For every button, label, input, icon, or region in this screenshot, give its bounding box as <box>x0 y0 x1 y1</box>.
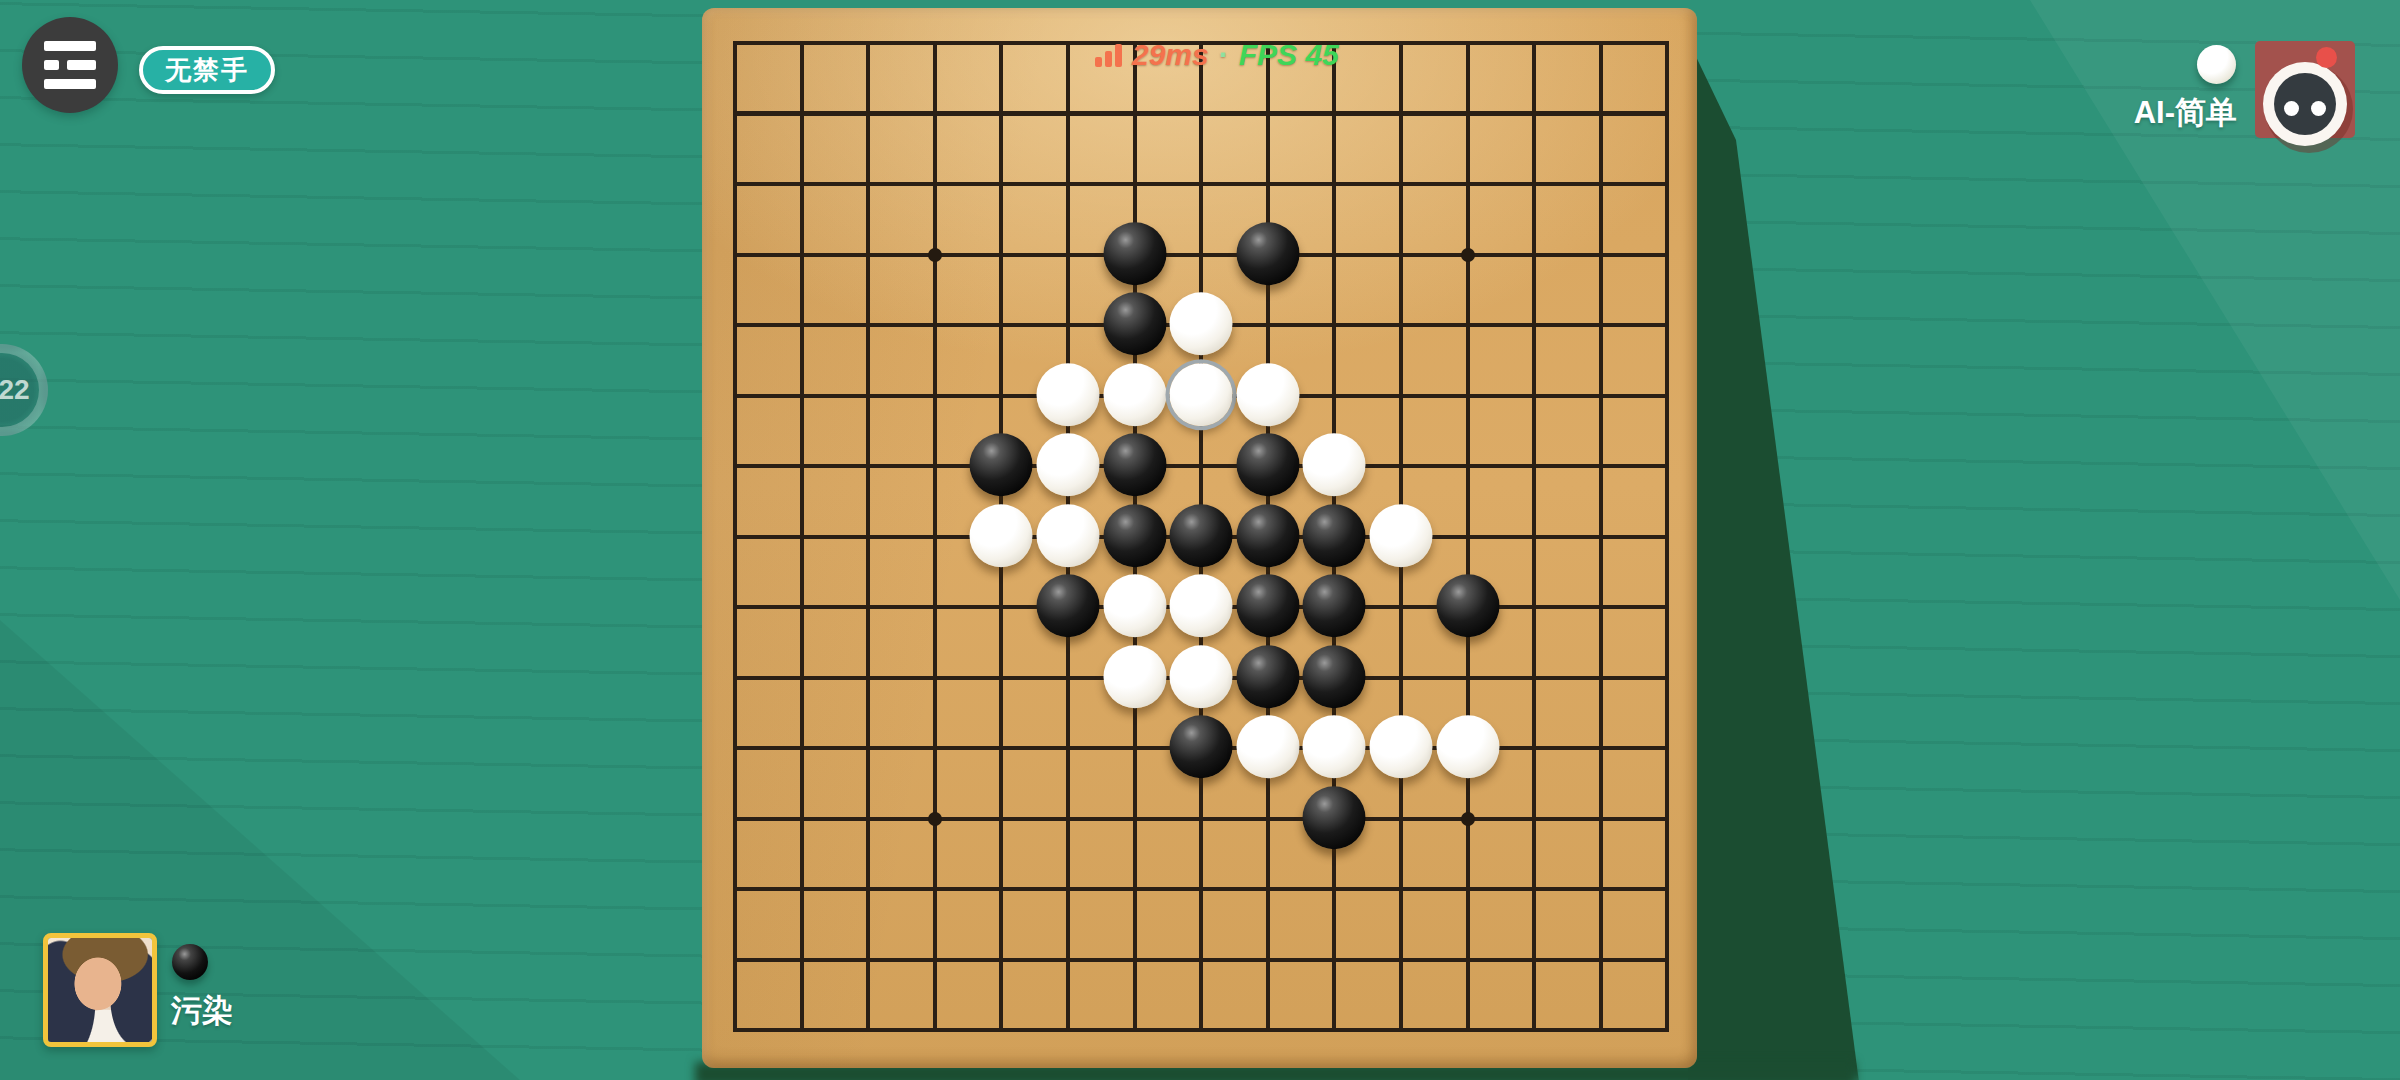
stone-black <box>1103 292 1166 355</box>
stone-black <box>970 433 1033 496</box>
stone-black <box>1103 504 1166 567</box>
stone-white <box>1436 715 1499 778</box>
player-name: 污染 <box>171 990 233 1032</box>
stone-black <box>1236 433 1299 496</box>
robot-antenna-ball-icon <box>2316 47 2337 68</box>
stone-black <box>1303 574 1366 637</box>
stone-black <box>1303 645 1366 708</box>
stone-black <box>1236 222 1299 285</box>
stone-white <box>1236 715 1299 778</box>
stone-white <box>1103 574 1166 637</box>
ai-player-name: AI-简单 <box>2134 92 2237 134</box>
performance-hud: 29ms · FPS 45 <box>1095 38 1339 72</box>
stone-white <box>1103 363 1166 426</box>
menu-button[interactable] <box>22 17 118 113</box>
stone-black <box>1303 786 1366 849</box>
stone-white <box>1170 363 1233 426</box>
robot-face-icon <box>2274 73 2336 135</box>
fps-value: FPS 45 <box>1239 38 1339 72</box>
star-point <box>928 812 942 826</box>
player-avatar <box>43 933 157 1047</box>
stone-white <box>1037 433 1100 496</box>
network-signal-icon <box>1095 43 1122 67</box>
rule-badge: 无禁手 <box>139 46 275 94</box>
stone-black <box>1236 645 1299 708</box>
player-avatar-image <box>48 938 152 1042</box>
stone-black <box>1170 504 1233 567</box>
stone-black <box>1236 504 1299 567</box>
ai-stone-indicator-white <box>2197 45 2236 84</box>
star-point <box>1461 248 1475 262</box>
stone-white <box>1370 715 1433 778</box>
stone-white <box>1037 504 1100 567</box>
stone-white <box>1170 574 1233 637</box>
stone-black <box>1103 433 1166 496</box>
stone-black <box>1103 222 1166 285</box>
player-stone-indicator-black <box>172 944 208 980</box>
stone-black <box>1037 574 1100 637</box>
star-point <box>1461 812 1475 826</box>
stone-black <box>1436 574 1499 637</box>
stone-white <box>1170 292 1233 355</box>
hud-separator: · <box>1219 38 1229 72</box>
stone-white <box>1170 645 1233 708</box>
robot-eye-left-icon <box>2284 101 2299 116</box>
star-point <box>928 248 942 262</box>
stone-white <box>1037 363 1100 426</box>
stone-black <box>1236 574 1299 637</box>
stone-black <box>1170 715 1233 778</box>
stone-white <box>1370 504 1433 567</box>
timer-value: 22 <box>0 374 30 406</box>
game-screen: 29ms · FPS 45 无禁手 22 AI-简单 污染 <box>0 0 2400 1080</box>
hamburger-icon <box>44 41 96 89</box>
ai-avatar <box>2255 41 2355 138</box>
stone-white <box>1103 645 1166 708</box>
latency-value: 29ms <box>1132 38 1209 72</box>
gomoku-board[interactable] <box>702 8 1697 1068</box>
stone-black <box>1303 504 1366 567</box>
stone-white <box>970 504 1033 567</box>
stone-white <box>1303 433 1366 496</box>
stone-white <box>1303 715 1366 778</box>
robot-eye-right-icon <box>2311 101 2326 116</box>
stone-white <box>1236 363 1299 426</box>
